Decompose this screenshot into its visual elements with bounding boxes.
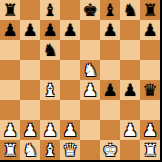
- square-c7[interactable]: ♟: [40, 20, 60, 40]
- white-pawn: ♟: [142, 120, 157, 140]
- square-g3[interactable]: [120, 100, 140, 120]
- square-d5[interactable]: [60, 60, 80, 80]
- square-a8[interactable]: ♜: [0, 0, 20, 20]
- square-b8[interactable]: [20, 0, 40, 20]
- square-h6[interactable]: [140, 40, 160, 60]
- black-pawn: ♟: [142, 20, 157, 40]
- square-h3[interactable]: [140, 100, 160, 120]
- square-g2[interactable]: ♟: [120, 120, 140, 140]
- black-pawn: ♟: [2, 20, 17, 40]
- square-b5[interactable]: [20, 60, 40, 80]
- square-d3[interactable]: [60, 100, 80, 120]
- square-e7[interactable]: [80, 20, 100, 40]
- square-c8[interactable]: ♝: [40, 0, 60, 20]
- square-h2[interactable]: ♟: [140, 120, 160, 140]
- square-e6[interactable]: [80, 40, 100, 60]
- square-b3[interactable]: [20, 100, 40, 120]
- black-pawn: ♟: [102, 20, 117, 40]
- black-bishop: ♝: [42, 0, 57, 20]
- white-queen: ♛: [62, 140, 77, 160]
- square-g8[interactable]: ♞: [120, 0, 140, 20]
- square-d2[interactable]: ♟: [60, 120, 80, 140]
- square-a1[interactable]: ♜: [0, 140, 20, 160]
- square-a5[interactable]: [0, 60, 20, 80]
- square-a7[interactable]: ♟: [0, 20, 20, 40]
- square-d4[interactable]: [60, 80, 80, 100]
- square-h1[interactable]: ♜: [140, 140, 160, 160]
- square-f8[interactable]: ♝: [100, 0, 120, 20]
- square-e1[interactable]: [80, 140, 100, 160]
- square-c6[interactable]: ♞: [40, 40, 60, 60]
- square-f7[interactable]: ♟: [100, 20, 120, 40]
- white-king: ♚: [102, 140, 117, 160]
- white-knight: ♞: [82, 60, 97, 80]
- square-c3[interactable]: [40, 100, 60, 120]
- white-pawn: ♟: [22, 120, 37, 140]
- black-queen: ♛: [142, 80, 157, 100]
- white-rook: ♜: [2, 140, 17, 160]
- chess-board: ♜♝♚♝♞♜♟♟♟♟♟♟♞♞♝♟♟♟♛♟♟♟♟♟♟♜♞♝♛♚♜: [0, 0, 160, 160]
- square-g5[interactable]: [120, 60, 140, 80]
- square-d1[interactable]: ♛: [60, 140, 80, 160]
- white-pawn: ♟: [2, 120, 17, 140]
- square-c5[interactable]: [40, 60, 60, 80]
- black-pawn: ♟: [22, 20, 37, 40]
- white-pawn: ♟: [62, 120, 77, 140]
- square-e5[interactable]: ♞: [80, 60, 100, 80]
- square-b4[interactable]: [20, 80, 40, 100]
- square-f6[interactable]: [100, 40, 120, 60]
- square-f1[interactable]: ♚: [100, 140, 120, 160]
- white-pawn: ♟: [82, 80, 97, 100]
- black-rook: ♜: [142, 0, 157, 20]
- square-g6[interactable]: [120, 40, 140, 60]
- black-bishop: ♝: [102, 0, 117, 20]
- square-f3[interactable]: [100, 100, 120, 120]
- square-g1[interactable]: [120, 140, 140, 160]
- square-a4[interactable]: [0, 80, 20, 100]
- black-knight: ♞: [122, 0, 137, 20]
- square-b6[interactable]: [20, 40, 40, 60]
- square-e4[interactable]: ♟: [80, 80, 100, 100]
- black-king: ♚: [82, 0, 97, 20]
- square-d6[interactable]: [60, 40, 80, 60]
- black-rook: ♜: [2, 0, 17, 20]
- white-pawn: ♟: [122, 120, 137, 140]
- square-e2[interactable]: [80, 120, 100, 140]
- white-bishop: ♝: [42, 80, 57, 100]
- square-h4[interactable]: ♛: [140, 80, 160, 100]
- square-b2[interactable]: ♟: [20, 120, 40, 140]
- square-b1[interactable]: ♞: [20, 140, 40, 160]
- square-e8[interactable]: ♚: [80, 0, 100, 20]
- black-knight: ♞: [42, 40, 57, 60]
- square-h5[interactable]: [140, 60, 160, 80]
- square-a3[interactable]: [0, 100, 20, 120]
- square-h7[interactable]: ♟: [140, 20, 160, 40]
- square-d8[interactable]: [60, 0, 80, 20]
- white-pawn: ♟: [42, 120, 57, 140]
- white-knight: ♞: [22, 140, 37, 160]
- black-pawn: ♟: [102, 80, 117, 100]
- square-a2[interactable]: ♟: [0, 120, 20, 140]
- square-b7[interactable]: ♟: [20, 20, 40, 40]
- black-pawn: ♟: [62, 20, 77, 40]
- square-h8[interactable]: ♜: [140, 0, 160, 20]
- chess-board-frame: ♜♝♚♝♞♜♟♟♟♟♟♟♞♞♝♟♟♟♛♟♟♟♟♟♟♜♞♝♛♚♜: [0, 0, 162, 162]
- square-g4[interactable]: ♟: [120, 80, 140, 100]
- square-d7[interactable]: ♟: [60, 20, 80, 40]
- square-f2[interactable]: [100, 120, 120, 140]
- black-pawn: ♟: [42, 20, 57, 40]
- square-c1[interactable]: ♝: [40, 140, 60, 160]
- square-g7[interactable]: [120, 20, 140, 40]
- square-f4[interactable]: ♟: [100, 80, 120, 100]
- white-rook: ♜: [142, 140, 157, 160]
- square-c2[interactable]: ♟: [40, 120, 60, 140]
- square-f5[interactable]: [100, 60, 120, 80]
- square-c4[interactable]: ♝: [40, 80, 60, 100]
- white-bishop: ♝: [42, 140, 57, 160]
- square-e3[interactable]: [80, 100, 100, 120]
- square-a6[interactable]: [0, 40, 20, 60]
- black-pawn: ♟: [122, 80, 137, 100]
